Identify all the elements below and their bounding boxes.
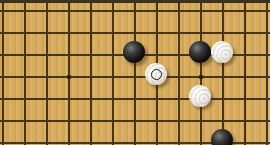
board-intersection[interactable] bbox=[168, 110, 190, 132]
board-intersection[interactable] bbox=[168, 88, 190, 110]
star-point bbox=[67, 75, 72, 80]
board-intersection[interactable] bbox=[124, 110, 146, 132]
board-intersection[interactable] bbox=[36, 132, 58, 145]
star-point bbox=[199, 75, 204, 80]
board-intersection[interactable] bbox=[58, 88, 80, 110]
black-stone-glyph: ● bbox=[211, 129, 234, 145]
board-intersection[interactable] bbox=[0, 0, 14, 22]
board-intersection[interactable] bbox=[80, 0, 102, 22]
board-intersection[interactable]: ○ bbox=[212, 44, 234, 66]
board-intersection[interactable] bbox=[190, 132, 212, 145]
board-intersection[interactable] bbox=[36, 110, 58, 132]
board-intersection[interactable] bbox=[146, 110, 168, 132]
go-board-screenshot: ●●○○○● bbox=[0, 0, 270, 145]
board-intersection[interactable] bbox=[58, 0, 80, 22]
board-intersection[interactable] bbox=[0, 44, 14, 66]
board-intersection[interactable] bbox=[234, 44, 256, 66]
board-intersection[interactable] bbox=[102, 66, 124, 88]
board-intersection[interactable] bbox=[168, 44, 190, 66]
black-stone-glyph: ● bbox=[123, 41, 146, 64]
board-intersection[interactable] bbox=[234, 66, 256, 88]
board-intersection[interactable] bbox=[14, 0, 36, 22]
board-intersection[interactable] bbox=[14, 132, 36, 145]
board-intersection[interactable]: ○ bbox=[190, 88, 212, 110]
white-stone-glyph: ○ bbox=[211, 41, 234, 64]
board-intersection[interactable] bbox=[58, 66, 80, 88]
board-intersection[interactable]: ● bbox=[124, 44, 146, 66]
board-intersection[interactable] bbox=[36, 66, 58, 88]
board-intersection[interactable] bbox=[212, 0, 234, 22]
board-intersection[interactable]: ○ bbox=[146, 66, 168, 88]
white-stone: ○ bbox=[145, 63, 168, 86]
board-intersection[interactable] bbox=[102, 22, 124, 44]
board-intersection[interactable] bbox=[80, 132, 102, 145]
board-intersection[interactable] bbox=[80, 88, 102, 110]
board-intersection[interactable] bbox=[124, 88, 146, 110]
go-board: ●●○○○● bbox=[0, 0, 270, 145]
white-stone-glyph: ○ bbox=[189, 85, 212, 108]
board-intersection[interactable] bbox=[58, 132, 80, 145]
black-stone-glyph: ● bbox=[189, 41, 212, 64]
board-intersection[interactable] bbox=[102, 132, 124, 145]
last-move-circle-marker bbox=[151, 69, 162, 80]
board-intersection[interactable] bbox=[102, 44, 124, 66]
board-intersection[interactable] bbox=[58, 22, 80, 44]
board-grid: ●●○○○● bbox=[0, 0, 270, 145]
black-stone: ● bbox=[189, 41, 212, 64]
board-intersection[interactable] bbox=[256, 0, 270, 22]
board-intersection[interactable] bbox=[14, 110, 36, 132]
board-intersection[interactable] bbox=[14, 88, 36, 110]
board-intersection[interactable] bbox=[0, 88, 14, 110]
board-intersection[interactable]: ● bbox=[212, 132, 234, 145]
board-intersection[interactable] bbox=[256, 66, 270, 88]
board-intersection[interactable] bbox=[80, 66, 102, 88]
board-intersection[interactable]: ● bbox=[190, 44, 212, 66]
board-intersection[interactable] bbox=[36, 22, 58, 44]
board-intersection[interactable] bbox=[256, 110, 270, 132]
board-intersection[interactable] bbox=[0, 22, 14, 44]
board-intersection[interactable] bbox=[80, 22, 102, 44]
board-intersection[interactable] bbox=[190, 110, 212, 132]
board-intersection[interactable] bbox=[256, 132, 270, 145]
board-intersection[interactable] bbox=[0, 110, 14, 132]
board-intersection[interactable] bbox=[212, 88, 234, 110]
board-intersection[interactable] bbox=[102, 110, 124, 132]
board-intersection[interactable] bbox=[0, 132, 14, 145]
white-stone: ○ bbox=[211, 41, 234, 64]
board-intersection[interactable] bbox=[168, 132, 190, 145]
board-intersection[interactable] bbox=[102, 0, 124, 22]
board-top-edge bbox=[0, 0, 270, 3]
board-intersection[interactable] bbox=[58, 110, 80, 132]
board-intersection[interactable] bbox=[234, 132, 256, 145]
board-intersection[interactable] bbox=[124, 132, 146, 145]
board-intersection[interactable] bbox=[36, 88, 58, 110]
board-intersection[interactable] bbox=[190, 0, 212, 22]
white-stone: ○ bbox=[189, 85, 212, 108]
board-intersection[interactable] bbox=[168, 22, 190, 44]
board-intersection[interactable] bbox=[36, 44, 58, 66]
board-intersection[interactable] bbox=[58, 44, 80, 66]
board-intersection[interactable] bbox=[234, 88, 256, 110]
board-intersection[interactable] bbox=[14, 66, 36, 88]
board-intersection[interactable] bbox=[256, 44, 270, 66]
board-intersection[interactable] bbox=[256, 22, 270, 44]
board-intersection[interactable] bbox=[234, 110, 256, 132]
board-intersection[interactable] bbox=[102, 88, 124, 110]
board-intersection[interactable] bbox=[36, 0, 58, 22]
board-intersection[interactable] bbox=[168, 0, 190, 22]
board-intersection[interactable] bbox=[168, 66, 190, 88]
board-intersection[interactable] bbox=[212, 66, 234, 88]
board-intersection[interactable] bbox=[256, 88, 270, 110]
board-intersection[interactable] bbox=[234, 0, 256, 22]
board-intersection[interactable] bbox=[146, 0, 168, 22]
black-stone: ● bbox=[123, 41, 146, 64]
board-intersection[interactable] bbox=[146, 132, 168, 145]
board-intersection[interactable] bbox=[14, 44, 36, 66]
black-stone: ● bbox=[211, 129, 234, 145]
board-intersection[interactable] bbox=[0, 66, 14, 88]
board-intersection[interactable] bbox=[124, 66, 146, 88]
board-intersection[interactable] bbox=[234, 22, 256, 44]
board-intersection[interactable] bbox=[80, 44, 102, 66]
board-intersection[interactable] bbox=[124, 0, 146, 22]
board-intersection[interactable] bbox=[146, 22, 168, 44]
board-intersection[interactable] bbox=[146, 88, 168, 110]
board-intersection[interactable] bbox=[80, 110, 102, 132]
board-intersection[interactable] bbox=[14, 22, 36, 44]
